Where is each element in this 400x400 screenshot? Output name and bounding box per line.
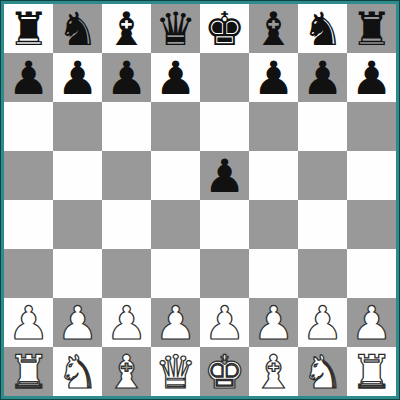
square-d4[interactable]	[151, 200, 200, 249]
square-c2[interactable]: ♟	[102, 298, 151, 347]
white-queen: ♛	[155, 348, 196, 396]
white-king: ♚	[204, 348, 245, 396]
square-a8[interactable]: ♜	[4, 4, 53, 53]
white-bishop: ♝	[106, 348, 147, 396]
square-b2[interactable]: ♟	[53, 298, 102, 347]
chess-board-frame: ♜♞♝♛♚♝♞♜♟♟♟♟♟♟♟♟♟♟♟♟♟♟♟♟♜♞♝♛♚♝♞♜	[0, 0, 400, 400]
square-b1[interactable]: ♞	[53, 347, 102, 396]
white-pawn: ♟	[155, 299, 196, 347]
square-e5[interactable]: ♟	[200, 151, 249, 200]
square-a4[interactable]	[4, 200, 53, 249]
black-bishop: ♝	[253, 5, 294, 53]
square-e6[interactable]	[200, 102, 249, 151]
square-c4[interactable]	[102, 200, 151, 249]
square-e8[interactable]: ♚	[200, 4, 249, 53]
square-c3[interactable]	[102, 249, 151, 298]
square-f1[interactable]: ♝	[249, 347, 298, 396]
square-b5[interactable]	[53, 151, 102, 200]
square-g4[interactable]	[298, 200, 347, 249]
square-h4[interactable]	[347, 200, 396, 249]
square-g5[interactable]	[298, 151, 347, 200]
square-a3[interactable]	[4, 249, 53, 298]
square-d5[interactable]	[151, 151, 200, 200]
square-a6[interactable]	[4, 102, 53, 151]
square-d1[interactable]: ♛	[151, 347, 200, 396]
square-a2[interactable]: ♟	[4, 298, 53, 347]
square-e1[interactable]: ♚	[200, 347, 249, 396]
square-e4[interactable]	[200, 200, 249, 249]
square-g7[interactable]: ♟	[298, 53, 347, 102]
square-e7[interactable]	[200, 53, 249, 102]
white-pawn: ♟	[253, 299, 294, 347]
black-king: ♚	[204, 5, 245, 53]
square-f2[interactable]: ♟	[249, 298, 298, 347]
square-a1[interactable]: ♜	[4, 347, 53, 396]
black-pawn: ♟	[253, 54, 294, 102]
chess-board: ♜♞♝♛♚♝♞♜♟♟♟♟♟♟♟♟♟♟♟♟♟♟♟♟♜♞♝♛♚♝♞♜	[4, 4, 396, 396]
square-g6[interactable]	[298, 102, 347, 151]
square-c5[interactable]	[102, 151, 151, 200]
square-h5[interactable]	[347, 151, 396, 200]
white-pawn: ♟	[302, 299, 343, 347]
square-e3[interactable]	[200, 249, 249, 298]
square-f5[interactable]	[249, 151, 298, 200]
square-g3[interactable]	[298, 249, 347, 298]
square-b4[interactable]	[53, 200, 102, 249]
square-h6[interactable]	[347, 102, 396, 151]
square-c6[interactable]	[102, 102, 151, 151]
white-pawn: ♟	[204, 299, 245, 347]
white-pawn: ♟	[106, 299, 147, 347]
black-rook: ♜	[351, 5, 392, 53]
black-pawn: ♟	[8, 54, 49, 102]
square-f8[interactable]: ♝	[249, 4, 298, 53]
square-b7[interactable]: ♟	[53, 53, 102, 102]
square-a7[interactable]: ♟	[4, 53, 53, 102]
white-rook: ♜	[8, 348, 49, 396]
black-pawn: ♟	[351, 54, 392, 102]
black-knight: ♞	[57, 5, 98, 53]
black-queen: ♛	[155, 5, 196, 53]
black-pawn: ♟	[57, 54, 98, 102]
black-pawn: ♟	[302, 54, 343, 102]
square-d3[interactable]	[151, 249, 200, 298]
white-rook: ♜	[351, 348, 392, 396]
square-d6[interactable]	[151, 102, 200, 151]
black-bishop: ♝	[106, 5, 147, 53]
square-f7[interactable]: ♟	[249, 53, 298, 102]
square-c7[interactable]: ♟	[102, 53, 151, 102]
square-b8[interactable]: ♞	[53, 4, 102, 53]
square-f6[interactable]	[249, 102, 298, 151]
white-knight: ♞	[302, 348, 343, 396]
square-a5[interactable]	[4, 151, 53, 200]
black-pawn: ♟	[204, 152, 245, 200]
square-f3[interactable]	[249, 249, 298, 298]
square-c8[interactable]: ♝	[102, 4, 151, 53]
black-knight: ♞	[302, 5, 343, 53]
white-knight: ♞	[57, 348, 98, 396]
square-d8[interactable]: ♛	[151, 4, 200, 53]
square-c1[interactable]: ♝	[102, 347, 151, 396]
square-f4[interactable]	[249, 200, 298, 249]
square-b3[interactable]	[53, 249, 102, 298]
white-bishop: ♝	[253, 348, 294, 396]
square-b6[interactable]	[53, 102, 102, 151]
square-g1[interactable]: ♞	[298, 347, 347, 396]
white-pawn: ♟	[8, 299, 49, 347]
black-pawn: ♟	[106, 54, 147, 102]
square-d7[interactable]: ♟	[151, 53, 200, 102]
white-pawn: ♟	[57, 299, 98, 347]
square-g2[interactable]: ♟	[298, 298, 347, 347]
square-h1[interactable]: ♜	[347, 347, 396, 396]
black-rook: ♜	[8, 5, 49, 53]
square-d2[interactable]: ♟	[151, 298, 200, 347]
square-h8[interactable]: ♜	[347, 4, 396, 53]
square-g8[interactable]: ♞	[298, 4, 347, 53]
square-e2[interactable]: ♟	[200, 298, 249, 347]
square-h2[interactable]: ♟	[347, 298, 396, 347]
square-h3[interactable]	[347, 249, 396, 298]
black-pawn: ♟	[155, 54, 196, 102]
white-pawn: ♟	[351, 299, 392, 347]
square-h7[interactable]: ♟	[347, 53, 396, 102]
